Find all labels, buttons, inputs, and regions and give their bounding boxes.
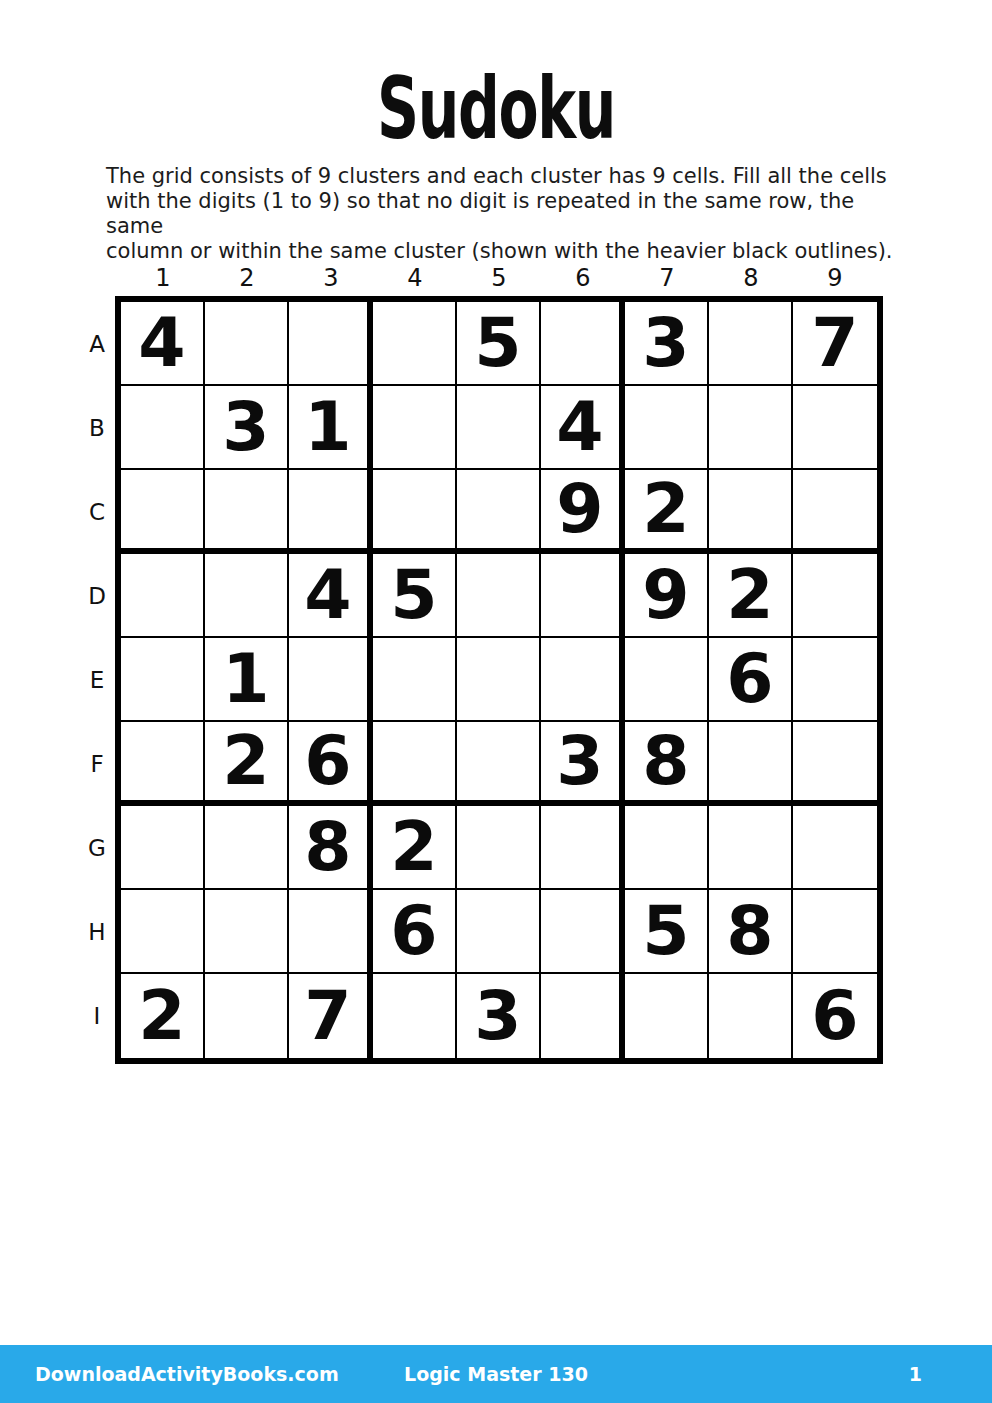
cell-A3[interactable] (289, 302, 373, 386)
row-label-D: D (79, 554, 115, 638)
cell-G2[interactable] (205, 806, 289, 890)
cell-F6[interactable]: 3 (541, 722, 625, 806)
col-label-4: 4 (373, 262, 457, 296)
cell-H2[interactable] (205, 890, 289, 974)
cell-C7[interactable]: 2 (625, 470, 709, 554)
cell-G6[interactable] (541, 806, 625, 890)
cell-B2[interactable]: 3 (205, 386, 289, 470)
cell-D9[interactable] (793, 554, 877, 638)
row-labels: ABCDEFGHI (79, 302, 115, 1064)
cell-F5[interactable] (457, 722, 541, 806)
instructions-line: The grid consists of 9 clusters and each… (106, 164, 906, 189)
cell-B9[interactable] (793, 386, 877, 470)
cell-I4[interactable] (373, 974, 457, 1058)
row-label-B: B (79, 386, 115, 470)
cell-D8[interactable]: 2 (709, 554, 793, 638)
cell-G1[interactable] (121, 806, 205, 890)
cell-G3[interactable]: 8 (289, 806, 373, 890)
cell-H1[interactable] (121, 890, 205, 974)
instructions-line: with the digits (1 to 9) so that no digi… (106, 189, 906, 239)
cell-F2[interactable]: 2 (205, 722, 289, 806)
page-title: Sudoku (159, 58, 834, 158)
page: Sudoku The grid consists of 9 clusters a… (0, 0, 992, 1403)
cell-G8[interactable] (709, 806, 793, 890)
col-label-3: 3 (289, 262, 373, 296)
cell-B7[interactable] (625, 386, 709, 470)
cell-D3[interactable]: 4 (289, 554, 373, 638)
cell-B3[interactable]: 1 (289, 386, 373, 470)
cell-H7[interactable]: 5 (625, 890, 709, 974)
cell-C3[interactable] (289, 470, 373, 554)
cell-E5[interactable] (457, 638, 541, 722)
col-label-2: 2 (205, 262, 289, 296)
row-label-I: I (79, 974, 115, 1058)
instructions: The grid consists of 9 clusters and each… (106, 164, 906, 264)
row-label-C: C (79, 470, 115, 554)
cell-G9[interactable] (793, 806, 877, 890)
cell-E7[interactable] (625, 638, 709, 722)
cell-B6[interactable]: 4 (541, 386, 625, 470)
cell-D5[interactable] (457, 554, 541, 638)
cell-C4[interactable] (373, 470, 457, 554)
cell-C6[interactable]: 9 (541, 470, 625, 554)
sudoku-board: 123456789 ABCDEFGHI 45373149245921626388… (79, 262, 883, 1064)
col-label-1: 1 (121, 262, 205, 296)
col-label-9: 9 (793, 262, 877, 296)
cell-I6[interactable] (541, 974, 625, 1058)
cell-C2[interactable] (205, 470, 289, 554)
cell-E4[interactable] (373, 638, 457, 722)
cell-B8[interactable] (709, 386, 793, 470)
sudoku-grid: 4537314924592162638826582736 (115, 296, 883, 1064)
cell-C5[interactable] (457, 470, 541, 554)
cell-C1[interactable] (121, 470, 205, 554)
cell-E2[interactable]: 1 (205, 638, 289, 722)
cell-D2[interactable] (205, 554, 289, 638)
cell-H5[interactable] (457, 890, 541, 974)
cell-E9[interactable] (793, 638, 877, 722)
cell-C9[interactable] (793, 470, 877, 554)
cell-I7[interactable] (625, 974, 709, 1058)
row-label-H: H (79, 890, 115, 974)
cell-A2[interactable] (205, 302, 289, 386)
row-label-A: A (79, 302, 115, 386)
column-labels: 123456789 (121, 262, 883, 296)
cell-E6[interactable] (541, 638, 625, 722)
cell-H4[interactable]: 6 (373, 890, 457, 974)
cell-D1[interactable] (121, 554, 205, 638)
cell-B5[interactable] (457, 386, 541, 470)
cell-A4[interactable] (373, 302, 457, 386)
cell-H6[interactable] (541, 890, 625, 974)
cell-F7[interactable]: 8 (625, 722, 709, 806)
col-label-8: 8 (709, 262, 793, 296)
row-label-G: G (79, 806, 115, 890)
cell-I3[interactable]: 7 (289, 974, 373, 1058)
cell-H3[interactable] (289, 890, 373, 974)
footer-bar: DownloadActivityBooks.com Logic Master 1… (0, 1345, 992, 1403)
footer-book-title: Logic Master 130 (0, 1345, 992, 1403)
cell-D4[interactable]: 5 (373, 554, 457, 638)
cell-I1[interactable]: 2 (121, 974, 205, 1058)
cell-A1[interactable]: 4 (121, 302, 205, 386)
row-label-F: F (79, 722, 115, 806)
cell-E3[interactable] (289, 638, 373, 722)
cell-H8[interactable]: 8 (709, 890, 793, 974)
cell-E1[interactable] (121, 638, 205, 722)
cell-F3[interactable]: 6 (289, 722, 373, 806)
footer-page-number: 1 (909, 1345, 922, 1403)
cell-F4[interactable] (373, 722, 457, 806)
cell-G7[interactable] (625, 806, 709, 890)
col-label-6: 6 (541, 262, 625, 296)
cell-B4[interactable] (373, 386, 457, 470)
cell-F1[interactable] (121, 722, 205, 806)
cell-G5[interactable] (457, 806, 541, 890)
cell-I9[interactable]: 6 (793, 974, 877, 1058)
cell-G4[interactable]: 2 (373, 806, 457, 890)
cell-C8[interactable] (709, 470, 793, 554)
cell-I8[interactable] (709, 974, 793, 1058)
cell-A6[interactable] (541, 302, 625, 386)
cell-F9[interactable] (793, 722, 877, 806)
cell-A7[interactable]: 3 (625, 302, 709, 386)
col-label-5: 5 (457, 262, 541, 296)
cell-D6[interactable] (541, 554, 625, 638)
cell-I5[interactable]: 3 (457, 974, 541, 1058)
row-label-E: E (79, 638, 115, 722)
cell-F8[interactable] (709, 722, 793, 806)
cell-A8[interactable] (709, 302, 793, 386)
cell-B1[interactable] (121, 386, 205, 470)
cell-I2[interactable] (205, 974, 289, 1058)
cell-A5[interactable]: 5 (457, 302, 541, 386)
cell-E8[interactable]: 6 (709, 638, 793, 722)
cell-H9[interactable] (793, 890, 877, 974)
cell-A9[interactable]: 7 (793, 302, 877, 386)
col-label-7: 7 (625, 262, 709, 296)
instructions-line: column or within the same cluster (shown… (106, 239, 906, 264)
cell-D7[interactable]: 9 (625, 554, 709, 638)
